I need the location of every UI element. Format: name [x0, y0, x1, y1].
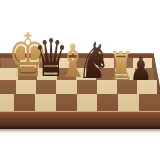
- dark-square: [117, 80, 137, 94]
- light-square: [57, 58, 76, 69]
- dark-square: [56, 94, 77, 111]
- board-row: [0, 94, 160, 111]
- light-square: [95, 58, 114, 69]
- dark-square: [1, 58, 20, 69]
- board-row: [0, 80, 157, 94]
- light-square: [0, 94, 14, 111]
- light-square: [16, 80, 36, 94]
- dark-square: [36, 80, 56, 94]
- dark-square: [114, 58, 133, 69]
- light-square: [76, 68, 95, 80]
- dark-square: [77, 80, 97, 94]
- light-square: [137, 80, 157, 94]
- light-square: [0, 68, 18, 80]
- dark-square: [0, 80, 16, 94]
- light-square: [56, 80, 76, 94]
- board-row: [0, 68, 154, 80]
- light-square: [115, 68, 134, 80]
- light-square: [133, 58, 152, 69]
- light-square: [118, 94, 139, 111]
- dark-square: [97, 94, 118, 111]
- dark-square: [39, 58, 58, 69]
- light-square: [35, 94, 56, 111]
- board-row: [1, 58, 152, 69]
- dark-square: [57, 68, 76, 80]
- dark-square: [135, 68, 154, 80]
- dark-square: [14, 94, 35, 111]
- chess-set-photo: ♚♛♝♞♜♟: [0, 0, 160, 160]
- light-square: [37, 68, 56, 80]
- dark-square: [18, 68, 37, 80]
- dark-square: [76, 58, 95, 69]
- light-square: [97, 80, 117, 94]
- dark-square: [96, 68, 115, 80]
- board-side-edge: [0, 119, 160, 130]
- light-square: [20, 58, 39, 69]
- dark-square: [139, 94, 160, 111]
- light-square: [77, 94, 98, 111]
